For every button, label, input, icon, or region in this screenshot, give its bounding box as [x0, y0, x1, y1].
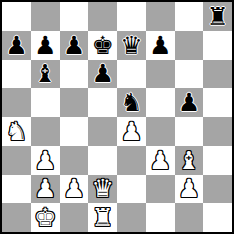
- square-g3[interactable]: ♝: [175, 146, 204, 175]
- square-c3[interactable]: [60, 146, 89, 175]
- square-f4[interactable]: [146, 117, 175, 146]
- square-e6[interactable]: [117, 60, 146, 89]
- square-b2[interactable]: ♟: [31, 175, 60, 204]
- square-b4[interactable]: [31, 117, 60, 146]
- square-d6[interactable]: ♟: [88, 60, 117, 89]
- square-e4[interactable]: ♟: [117, 117, 146, 146]
- square-e3[interactable]: [117, 146, 146, 175]
- square-c4[interactable]: [60, 117, 89, 146]
- square-b6[interactable]: ♝: [31, 60, 60, 89]
- black-pawn: ♟: [178, 90, 200, 115]
- square-h1[interactable]: [203, 203, 232, 232]
- square-a8[interactable]: [2, 2, 31, 31]
- square-d7[interactable]: ♚: [88, 31, 117, 60]
- square-c6[interactable]: [60, 60, 89, 89]
- square-d3[interactable]: [88, 146, 117, 175]
- square-e1[interactable]: [117, 203, 146, 232]
- square-d4[interactable]: [88, 117, 117, 146]
- square-b5[interactable]: [31, 88, 60, 117]
- square-f8[interactable]: [146, 2, 175, 31]
- square-d8[interactable]: [88, 2, 117, 31]
- chess-board: ♜♟♟♟♚♛♟♝♟♞♟♞♟♟♟♝♟♟♛♟♚♜: [0, 0, 234, 234]
- square-e7[interactable]: ♛: [117, 31, 146, 60]
- square-c2[interactable]: ♟: [60, 175, 89, 204]
- square-a6[interactable]: [2, 60, 31, 89]
- square-c5[interactable]: [60, 88, 89, 117]
- square-h8[interactable]: ♜: [203, 2, 232, 31]
- black-queen: ♛: [120, 33, 142, 58]
- square-h5[interactable]: [203, 88, 232, 117]
- square-a1[interactable]: [2, 203, 31, 232]
- square-b1[interactable]: ♚: [31, 203, 60, 232]
- black-king: ♚: [91, 33, 113, 58]
- black-rook: ♜: [206, 4, 228, 29]
- white-pawn: ♟: [34, 176, 56, 201]
- square-c8[interactable]: [60, 2, 89, 31]
- black-pawn: ♟: [5, 33, 27, 58]
- black-pawn: ♟: [149, 33, 171, 58]
- black-pawn: ♟: [34, 33, 56, 58]
- white-bishop: ♝: [178, 148, 200, 173]
- square-e5[interactable]: ♞: [117, 88, 146, 117]
- white-pawn: ♟: [120, 119, 142, 144]
- square-h3[interactable]: [203, 146, 232, 175]
- white-pawn: ♟: [178, 176, 200, 201]
- square-d1[interactable]: ♜: [88, 203, 117, 232]
- chess-board-grid: ♜♟♟♟♚♛♟♝♟♞♟♞♟♟♟♝♟♟♛♟♚♜: [2, 2, 232, 232]
- black-pawn: ♟: [91, 61, 113, 86]
- white-pawn: ♟: [34, 148, 56, 173]
- square-b8[interactable]: [31, 2, 60, 31]
- square-d5[interactable]: [88, 88, 117, 117]
- square-h6[interactable]: [203, 60, 232, 89]
- square-a5[interactable]: [2, 88, 31, 117]
- square-c1[interactable]: [60, 203, 89, 232]
- square-e2[interactable]: [117, 175, 146, 204]
- square-f5[interactable]: [146, 88, 175, 117]
- square-f3[interactable]: ♟: [146, 146, 175, 175]
- square-f7[interactable]: ♟: [146, 31, 175, 60]
- white-pawn: ♟: [149, 148, 171, 173]
- white-king: ♚: [34, 205, 56, 230]
- square-b7[interactable]: ♟: [31, 31, 60, 60]
- square-h4[interactable]: [203, 117, 232, 146]
- white-pawn: ♟: [63, 176, 85, 201]
- square-a3[interactable]: [2, 146, 31, 175]
- black-knight: ♞: [120, 90, 142, 115]
- white-queen: ♛: [91, 176, 113, 201]
- square-b3[interactable]: ♟: [31, 146, 60, 175]
- white-knight: ♞: [5, 119, 27, 144]
- square-g7[interactable]: [175, 31, 204, 60]
- square-g6[interactable]: [175, 60, 204, 89]
- square-a2[interactable]: [2, 175, 31, 204]
- square-g1[interactable]: [175, 203, 204, 232]
- square-g8[interactable]: [175, 2, 204, 31]
- square-g2[interactable]: ♟: [175, 175, 204, 204]
- square-h7[interactable]: [203, 31, 232, 60]
- square-g5[interactable]: ♟: [175, 88, 204, 117]
- square-a4[interactable]: ♞: [2, 117, 31, 146]
- square-c7[interactable]: ♟: [60, 31, 89, 60]
- square-f6[interactable]: [146, 60, 175, 89]
- square-f2[interactable]: [146, 175, 175, 204]
- square-f1[interactable]: [146, 203, 175, 232]
- black-pawn: ♟: [63, 33, 85, 58]
- square-a7[interactable]: ♟: [2, 31, 31, 60]
- black-bishop: ♝: [34, 61, 56, 86]
- square-h2[interactable]: [203, 175, 232, 204]
- square-d2[interactable]: ♛: [88, 175, 117, 204]
- white-rook: ♜: [91, 205, 113, 230]
- square-e8[interactable]: [117, 2, 146, 31]
- square-g4[interactable]: [175, 117, 204, 146]
